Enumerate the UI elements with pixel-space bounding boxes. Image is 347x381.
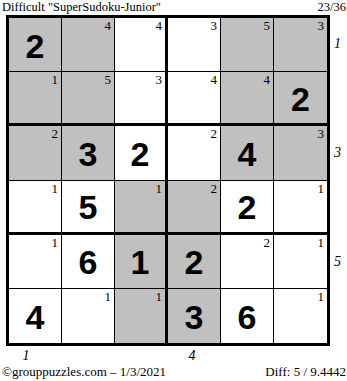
row-label-5: 5 <box>334 254 347 270</box>
cell-r3c1[interactable]: 2 <box>9 126 62 180</box>
pencil-mark: 1 <box>52 235 59 251</box>
pencil-mark: 1 <box>318 235 325 251</box>
pencil-mark: 5 <box>105 72 112 88</box>
given-digit: 2 <box>291 80 310 116</box>
pencil-mark: 3 <box>211 18 218 34</box>
cell-r5c6[interactable]: 1 <box>274 235 327 289</box>
header: Difficult "SuperSudoku-Junior" 23/36 <box>2 0 346 14</box>
pencil-mark: 1 <box>318 289 325 305</box>
cell-r6c2[interactable]: 1 <box>62 289 115 343</box>
given-digit: 6 <box>79 243 98 279</box>
given-digit: 6 <box>238 298 257 334</box>
pencil-mark: 1 <box>105 289 112 305</box>
cell-r3c4[interactable]: 2 <box>168 126 221 180</box>
given-digit: 4 <box>238 135 257 171</box>
pencil-mark: 1 <box>318 181 325 197</box>
cell-r6c5[interactable]: 6 <box>221 289 274 343</box>
pencil-mark: 4 <box>264 72 271 88</box>
cell-r6c1[interactable]: 4 <box>9 289 62 343</box>
cell-r3c3[interactable]: 2 <box>115 126 168 180</box>
pencil-mark: 1 <box>156 181 163 197</box>
row-label-3: 3 <box>334 145 347 161</box>
cell-r6c6[interactable]: 1 <box>274 289 327 343</box>
cell-r4c2[interactable]: 5 <box>62 181 115 235</box>
pencil-mark: 2 <box>52 126 59 142</box>
given-digit: 2 <box>131 135 150 171</box>
cell-r2c2[interactable]: 5 <box>62 72 115 126</box>
cell-r1c1[interactable]: 2 <box>9 18 62 72</box>
pencil-mark: 2 <box>211 181 218 197</box>
cell-r4c5[interactable]: 2 <box>221 181 274 235</box>
cell-r5c3[interactable]: 1 <box>115 235 168 289</box>
cell-r4c3[interactable]: 1 <box>115 181 168 235</box>
pencil-mark: 2 <box>211 126 218 142</box>
col-label-4: 4 <box>182 348 202 364</box>
given-digit: 3 <box>185 298 204 334</box>
cell-r4c6[interactable]: 1 <box>274 181 327 235</box>
given-digit: 3 <box>79 135 98 171</box>
cell-r1c3[interactable]: 4 <box>115 18 168 72</box>
pencil-mark: 1 <box>52 72 59 88</box>
pencil-mark: 4 <box>105 18 112 34</box>
cell-r3c5[interactable]: 4 <box>221 126 274 180</box>
cell-r4c4[interactable]: 2 <box>168 181 221 235</box>
puzzle-counter: 23/36 <box>318 0 346 14</box>
cell-r6c4[interactable]: 3 <box>168 289 221 343</box>
cell-r1c5[interactable]: 5 <box>221 18 274 72</box>
cell-r2c3[interactable]: 3 <box>115 72 168 126</box>
cell-r5c2[interactable]: 6 <box>62 235 115 289</box>
pencil-mark: 4 <box>211 72 218 88</box>
cell-r3c6[interactable]: 3 <box>274 126 327 180</box>
given-digit: 5 <box>79 188 98 224</box>
copyright-text: ©grouppuzzles.com – 1/3/2021 <box>2 364 166 379</box>
given-digit: 2 <box>26 27 45 63</box>
pencil-mark: 3 <box>156 72 163 88</box>
pencil-mark: 5 <box>264 18 271 34</box>
cell-r3c2[interactable]: 3 <box>62 126 115 180</box>
pencil-mark: 4 <box>156 18 163 34</box>
cell-r1c2[interactable]: 4 <box>62 18 115 72</box>
cell-r6c3[interactable]: 1 <box>115 289 168 343</box>
cell-r2c4[interactable]: 4 <box>168 72 221 126</box>
cell-r5c5[interactable]: 2 <box>221 235 274 289</box>
cell-r2c1[interactable]: 1 <box>9 72 62 126</box>
cell-r1c4[interactable]: 3 <box>168 18 221 72</box>
footer: ©grouppuzzles.com – 1/3/2021 Diff: 5 / 9… <box>2 364 346 379</box>
pencil-mark: 1 <box>156 289 163 305</box>
col-label-1: 1 <box>16 348 36 364</box>
cell-r5c1[interactable]: 1 <box>9 235 62 289</box>
cell-r2c6[interactable]: 2 <box>274 72 327 126</box>
cell-r4c1[interactable]: 1 <box>9 181 62 235</box>
given-digit: 4 <box>26 298 45 334</box>
given-digit: 2 <box>238 188 257 224</box>
given-digit: 2 <box>185 243 204 279</box>
cell-r5c4[interactable]: 2 <box>168 235 221 289</box>
pencil-mark: 2 <box>264 235 271 251</box>
row-label-1: 1 <box>334 36 347 52</box>
given-digit: 1 <box>131 243 150 279</box>
cell-r2c5[interactable]: 4 <box>221 72 274 126</box>
pencil-mark: 1 <box>52 181 59 197</box>
puzzle-title: Difficult "SuperSudoku-Junior" <box>2 0 161 14</box>
pencil-mark: 3 <box>318 18 325 34</box>
pencil-mark: 3 <box>318 126 325 142</box>
cell-r1c6[interactable]: 3 <box>274 18 327 72</box>
board: 244353153442232243151221161221411361 <box>6 15 330 346</box>
difficulty-text: Diff: 5 / 9.4442 <box>265 364 346 379</box>
